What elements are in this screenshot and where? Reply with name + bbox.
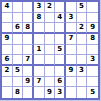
cell-r8c6[interactable]: 6: [55, 77, 66, 88]
cell-r6c9[interactable]: 3: [87, 55, 98, 66]
cell-r9c7[interactable]: [66, 87, 77, 98]
cell-r2c7[interactable]: 3: [66, 13, 77, 24]
cell-r9c2[interactable]: 8: [13, 87, 24, 98]
cell-r6c2[interactable]: [13, 55, 24, 66]
cell-r6c6[interactable]: [55, 55, 66, 66]
cell-r8c1[interactable]: [2, 77, 13, 88]
cell-r5c2[interactable]: [13, 45, 24, 56]
cell-r9c9[interactable]: 5: [87, 87, 98, 98]
cell-r5c3[interactable]: [23, 45, 34, 56]
cell-r6c8[interactable]: [77, 55, 88, 66]
cell-r8c9[interactable]: [87, 77, 98, 88]
cell-r4c2[interactable]: [13, 34, 24, 45]
cell-r3c4[interactable]: [34, 23, 45, 34]
cell-r2c9[interactable]: [87, 13, 98, 24]
cell-r9c3[interactable]: [23, 87, 34, 98]
cell-r5c4[interactable]: 1: [34, 45, 45, 56]
cell-r4c8[interactable]: [77, 34, 88, 45]
cell-r4c4[interactable]: [34, 34, 45, 45]
cell-r2c1[interactable]: [2, 13, 13, 24]
cell-r7c6[interactable]: [55, 66, 66, 77]
cell-r2c3[interactable]: [23, 13, 34, 24]
cell-r3c6[interactable]: [55, 23, 66, 34]
cell-r8c7[interactable]: [66, 77, 77, 88]
cell-r7c2[interactable]: 5: [13, 66, 24, 77]
cell-r1c8[interactable]: 5: [77, 2, 88, 13]
cell-r4c1[interactable]: 9: [2, 34, 13, 45]
cell-r5c1[interactable]: [2, 45, 13, 56]
cell-r2c8[interactable]: [77, 13, 88, 24]
cell-r4c9[interactable]: 8: [87, 34, 98, 45]
cell-r2c5[interactable]: [45, 13, 56, 24]
cell-r7c1[interactable]: 2: [2, 66, 13, 77]
cell-r1c2[interactable]: [13, 2, 24, 13]
cell-r1c6[interactable]: [55, 2, 66, 13]
cell-r6c3[interactable]: 7: [23, 55, 34, 66]
cell-r7c7[interactable]: 9: [66, 66, 77, 77]
cell-r7c4[interactable]: [34, 66, 45, 77]
cell-r6c5[interactable]: [45, 55, 56, 66]
cell-r5c7[interactable]: [66, 45, 77, 56]
cell-r8c4[interactable]: 7: [34, 77, 45, 88]
cell-r3c1[interactable]: [2, 23, 13, 34]
cell-r2c2[interactable]: [13, 13, 24, 24]
cell-r3c5[interactable]: [45, 23, 56, 34]
cell-r6c1[interactable]: 6: [2, 55, 13, 66]
cell-r9c8[interactable]: [77, 87, 88, 98]
cell-r9c1[interactable]: [2, 87, 13, 98]
cell-r5c9[interactable]: [87, 45, 98, 56]
cell-r4c6[interactable]: [55, 34, 66, 45]
cell-r4c5[interactable]: [45, 34, 56, 45]
cell-r2c6[interactable]: 4: [55, 13, 66, 24]
cell-r1c5[interactable]: 2: [45, 2, 56, 13]
cell-r9c6[interactable]: 3: [55, 87, 66, 98]
cell-r9c4[interactable]: [34, 87, 45, 98]
cell-r3c9[interactable]: 9: [87, 23, 98, 34]
cell-r5c8[interactable]: [77, 45, 88, 56]
cell-r4c3[interactable]: [23, 34, 34, 45]
cell-r7c9[interactable]: [87, 66, 98, 77]
cell-r4c7[interactable]: 7: [66, 34, 77, 45]
cell-r8c3[interactable]: 9: [23, 77, 34, 88]
cell-r6c7[interactable]: [66, 55, 77, 66]
cell-r3c2[interactable]: 6: [13, 23, 24, 34]
cell-r8c8[interactable]: [77, 77, 88, 88]
cell-r8c5[interactable]: [45, 77, 56, 88]
cell-r1c1[interactable]: 4: [2, 2, 13, 13]
cell-r6c4[interactable]: [34, 55, 45, 66]
cell-r1c7[interactable]: [66, 2, 77, 13]
cell-r1c4[interactable]: 3: [34, 2, 45, 13]
sudoku-board: 432584368299781567325939768935: [0, 0, 100, 100]
cell-r9c5[interactable]: 9: [45, 87, 56, 98]
cell-r8c2[interactable]: [13, 77, 24, 88]
cell-r7c3[interactable]: [23, 66, 34, 77]
cell-r5c6[interactable]: 5: [55, 45, 66, 56]
cell-r3c7[interactable]: [66, 23, 77, 34]
cell-r3c3[interactable]: 8: [23, 23, 34, 34]
cell-r5c5[interactable]: [45, 45, 56, 56]
cell-r3c8[interactable]: 2: [77, 23, 88, 34]
cell-r7c8[interactable]: 3: [77, 66, 88, 77]
cell-r7c5[interactable]: [45, 66, 56, 77]
cell-r1c9[interactable]: [87, 2, 98, 13]
cell-r1c3[interactable]: [23, 2, 34, 13]
cell-r2c4[interactable]: 8: [34, 13, 45, 24]
